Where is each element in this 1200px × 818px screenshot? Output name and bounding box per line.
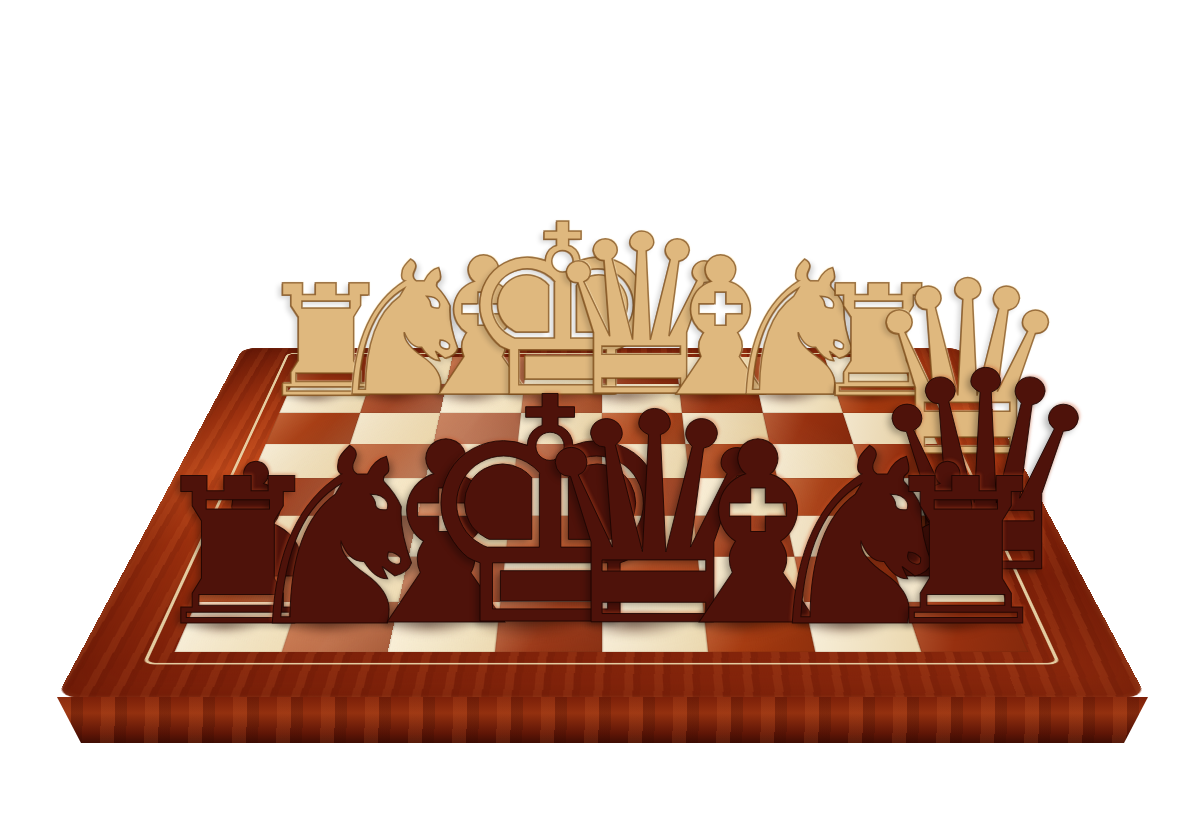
board-front-edge <box>57 697 1148 743</box>
square-f5 <box>685 444 776 478</box>
square-g1 <box>804 602 922 652</box>
square-h1 <box>905 602 1028 652</box>
square-h8 <box>825 357 911 384</box>
square-a7 <box>279 384 369 413</box>
square-h5 <box>853 444 952 478</box>
square-c1 <box>388 602 500 652</box>
square-c8 <box>447 357 527 384</box>
square-g2 <box>794 557 905 602</box>
square-b1 <box>281 602 399 652</box>
square-e3 <box>602 516 698 557</box>
square-a6 <box>266 413 360 444</box>
square-h4 <box>865 478 969 515</box>
square-f7 <box>679 384 763 413</box>
square-b7 <box>360 384 447 413</box>
square-g4 <box>777 478 877 515</box>
square-f2 <box>698 557 804 602</box>
square-b4 <box>326 478 426 515</box>
square-d6 <box>518 413 602 444</box>
square-a1 <box>175 602 298 652</box>
square-e2 <box>602 557 703 602</box>
square-b6 <box>350 413 441 444</box>
square-e4 <box>602 478 694 515</box>
square-b3 <box>313 516 418 557</box>
square-f1 <box>703 602 815 652</box>
square-a2 <box>197 557 313 602</box>
square-g6 <box>763 413 854 444</box>
square-a5 <box>251 444 350 478</box>
square-d8 <box>524 357 601 384</box>
square-d2 <box>500 557 601 602</box>
square-d4 <box>510 478 602 515</box>
square-g8 <box>750 357 833 384</box>
square-g7 <box>756 384 843 413</box>
square-e7 <box>602 384 683 413</box>
square-d1 <box>495 602 602 652</box>
square-c5 <box>426 444 517 478</box>
square-c4 <box>418 478 514 515</box>
square-a3 <box>216 516 326 557</box>
square-a4 <box>234 478 338 515</box>
chess-board <box>56 348 1147 698</box>
square-f4 <box>689 478 785 515</box>
chess-set-photo: ♜♞♝♚♛♝♞♜♛♛♟♟♜♞♝♚♛♝♞♜ <box>0 0 1200 818</box>
square-f8 <box>676 357 756 384</box>
square-f6 <box>682 413 769 444</box>
square-b5 <box>338 444 433 478</box>
square-h7 <box>834 384 924 413</box>
square-g3 <box>785 516 890 557</box>
square-d5 <box>514 444 602 478</box>
square-c3 <box>409 516 510 557</box>
square-c6 <box>434 413 521 444</box>
square-f3 <box>693 516 794 557</box>
square-h2 <box>890 557 1006 602</box>
square-h3 <box>877 516 987 557</box>
square-b2 <box>298 557 409 602</box>
square-g5 <box>769 444 864 478</box>
square-b8 <box>369 357 452 384</box>
square-e5 <box>602 444 690 478</box>
square-e6 <box>602 413 686 444</box>
square-e1 <box>602 602 709 652</box>
square-a8 <box>292 357 378 384</box>
square-e8 <box>602 357 679 384</box>
square-d7 <box>521 384 602 413</box>
square-d3 <box>505 516 601 557</box>
square-c7 <box>440 384 524 413</box>
square-h6 <box>843 413 937 444</box>
square-c2 <box>399 557 505 602</box>
